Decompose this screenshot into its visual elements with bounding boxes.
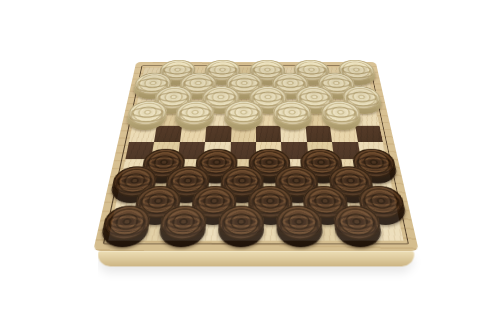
light-square: [170, 198, 200, 219]
light-square: [229, 159, 256, 178]
dark-square-44[interactable]: ⛂: [311, 198, 341, 219]
light-square: [307, 142, 335, 159]
light-square: [339, 198, 370, 219]
dark-piece-sq43[interactable]: ⛂: [248, 192, 293, 225]
light-square: [282, 159, 310, 178]
dark-square-27[interactable]: [178, 142, 206, 159]
draughts-man-glyph: ⛂: [303, 186, 349, 218]
light-square: [197, 219, 227, 241]
piece-side-face: [275, 173, 320, 204]
dark-square-41[interactable]: ⛂: [142, 198, 173, 219]
piece-side-face: [164, 173, 210, 204]
dark-square-48[interactable]: ⛂: [226, 219, 256, 241]
dark-piece-sq32[interactable]: ⛂: [194, 154, 238, 183]
piece-side-face: [248, 154, 291, 183]
piece-side-face: [220, 173, 264, 204]
dark-piece-sq44[interactable]: ⛂: [303, 192, 351, 225]
dark-piece-sq35[interactable]: ⛂: [352, 154, 399, 183]
dark-square-17[interactable]: ⛀: [182, 110, 208, 126]
draughts-man-glyph: ⛂: [191, 186, 236, 218]
piece-side-face: [98, 212, 150, 247]
light-square: [145, 178, 175, 198]
piece-top-face: ⛀: [224, 101, 263, 125]
dark-piece-sq41[interactable]: ⛂: [132, 192, 181, 225]
dark-square-35[interactable]: ⛂: [361, 159, 391, 178]
piece-top-face: ⛂: [194, 149, 237, 178]
piece-top-face: ⛂: [303, 186, 350, 218]
draughts-man-glyph: ⛂: [110, 167, 158, 197]
piece-side-face: [358, 192, 409, 225]
light-square: [313, 219, 344, 241]
draughts-man-glyph: ⛂: [276, 167, 319, 197]
dark-square-45[interactable]: ⛂: [367, 198, 399, 219]
piece-side-face: [218, 212, 265, 247]
dark-square-18[interactable]: ⛀: [231, 110, 256, 126]
draughts-man-glyph: ⛂: [159, 206, 207, 240]
light-square: [204, 142, 231, 159]
piece-top-face: ⛂: [351, 149, 398, 178]
light-square: [370, 219, 403, 241]
draughts-man-glyph: ⛂: [100, 206, 151, 240]
dark-square-42[interactable]: ⛂: [199, 198, 229, 219]
dark-square-31[interactable]: ⛂: [148, 159, 177, 178]
piece-top-face: ⛂: [248, 149, 290, 178]
light-square: [121, 159, 151, 178]
dark-piece-sq40[interactable]: ⛂: [328, 173, 376, 204]
dark-square-43[interactable]: ⛂: [256, 198, 285, 219]
dark-piece-sq42[interactable]: ⛂: [190, 192, 236, 225]
dark-square-29[interactable]: [281, 142, 308, 159]
draughts-man-glyph: ⛂: [352, 149, 398, 178]
dark-piece-sq50[interactable]: ⛂: [333, 212, 384, 247]
light-square: [256, 142, 282, 159]
dark-square-20[interactable]: ⛀: [328, 110, 355, 126]
light-square: [151, 142, 179, 159]
piece-top-face: ⛂: [357, 186, 407, 218]
light-piece-sq17[interactable]: ⛀: [174, 105, 215, 130]
piece-top-face: ⛂: [159, 206, 208, 240]
draughts-man-glyph: ⛂: [219, 206, 264, 240]
light-square: [227, 198, 256, 219]
piece-top-face: ⛂: [133, 186, 182, 218]
piece-top-face: ⛂: [141, 149, 187, 178]
piece-top-face: ⛂: [275, 167, 320, 197]
piece-side-face: [248, 192, 293, 225]
dark-square-19[interactable]: ⛀: [280, 110, 305, 126]
draughts-man-glyph: ⛂: [301, 149, 344, 178]
piece-side-face: [303, 192, 351, 225]
light-square: [284, 198, 313, 219]
draughts-man-glyph: ⛂: [249, 149, 290, 178]
piece-top-face: ⛂: [165, 167, 211, 197]
piece-side-face: [194, 154, 238, 183]
dark-square-47[interactable]: ⛂: [167, 219, 198, 241]
dark-square-16[interactable]: ⛀: [132, 110, 159, 126]
draughts-man-glyph: ⛂: [134, 186, 182, 218]
dark-square-46[interactable]: ⛂: [108, 219, 141, 241]
playing-area: ⛀⛀⛀⛀⛀⛀⛀⛀⛀⛀⛀⛀⛀⛀⛀⛀⛀⛀⛀⛀⛂⛂⛂⛂⛂⛂⛂⛂⛂⛂⛂⛂⛂⛂⛂⛂⛂⛂⛂⛂: [108, 67, 404, 240]
dark-square-49[interactable]: ⛂: [285, 219, 315, 241]
piece-side-face: [328, 173, 376, 204]
light-square: [113, 198, 145, 219]
piece-top-face: ⛂: [220, 167, 264, 197]
piece-side-face: [108, 173, 157, 204]
light-square: [256, 219, 286, 241]
light-piece-sq20[interactable]: ⛀: [321, 105, 363, 130]
dark-square-33[interactable]: ⛂: [256, 159, 283, 178]
piece-top-face: ⛂: [276, 206, 324, 240]
draughts-man-glyph: ⛂: [141, 149, 186, 178]
dark-piece-sq33[interactable]: ⛂: [248, 154, 291, 183]
piece-top-face: ⛂: [109, 167, 157, 197]
dark-square-38[interactable]: ⛂: [228, 178, 256, 198]
dark-square-50[interactable]: ⛂: [342, 219, 374, 241]
dark-piece-sq49[interactable]: ⛂: [276, 212, 324, 247]
dark-piece-sq46[interactable]: ⛂: [98, 212, 150, 247]
draughts-man-glyph: ⛂: [357, 186, 406, 218]
dark-square-26[interactable]: [125, 142, 154, 159]
dark-piece-sq48[interactable]: ⛂: [218, 212, 265, 247]
draughts-man-glyph: ⛂: [249, 186, 293, 218]
draughts-man-glyph: ⛂: [328, 167, 374, 197]
light-square: [334, 159, 363, 178]
piece-top-face: ⛂: [248, 186, 293, 218]
dark-square-39[interactable]: ⛂: [283, 178, 312, 198]
draughts-board: ⛀⛀⛀⛀⛀⛀⛀⛀⛀⛀⛀⛀⛀⛀⛀⛀⛀⛀⛀⛀⛂⛂⛂⛂⛂⛂⛂⛂⛂⛂⛂⛂⛂⛂⛂⛂⛂⛂⛂⛂: [93, 62, 419, 251]
piece-side-face: [132, 192, 181, 225]
draughts-man-glyph: ⛂: [333, 206, 383, 240]
light-square: [138, 219, 170, 241]
dark-piece-sq47[interactable]: ⛂: [158, 212, 207, 247]
dark-piece-sq31[interactable]: ⛂: [140, 154, 186, 183]
light-square: [358, 142, 387, 159]
piece-top-face: ⛂: [328, 167, 375, 197]
dark-square-34[interactable]: ⛂: [308, 159, 336, 178]
piece-top-face: ⛂: [191, 186, 237, 218]
dark-piece-sq45[interactable]: ⛂: [358, 192, 409, 225]
dark-square-32[interactable]: ⛂: [202, 159, 230, 178]
dark-square-30[interactable]: [332, 142, 360, 159]
draughts-man-glyph: ⛂: [195, 149, 237, 178]
dark-piece-sq36[interactable]: ⛂: [108, 173, 157, 204]
dark-piece-sq37[interactable]: ⛂: [164, 173, 210, 204]
draughts-man-glyph: ⛂: [221, 167, 263, 197]
dark-piece-sq34[interactable]: ⛂: [300, 154, 345, 183]
dark-square-36[interactable]: ⛂: [117, 178, 148, 198]
draughts-man-glyph: ⛀: [273, 101, 311, 125]
light-piece-sq16[interactable]: ⛀: [124, 105, 167, 130]
draughts-man-glyph: ⛂: [277, 206, 323, 240]
product-photo-scene: ⛀⛀⛀⛀⛀⛀⛀⛀⛀⛀⛀⛀⛀⛀⛀⛀⛀⛀⛀⛀⛂⛂⛂⛂⛂⛂⛂⛂⛂⛂⛂⛂⛂⛂⛂⛂⛂⛂⛂⛂: [0, 0, 504, 335]
light-piece-sq18[interactable]: ⛀: [224, 105, 263, 130]
light-square: [256, 178, 284, 198]
dark-piece-sq39[interactable]: ⛂: [275, 173, 320, 204]
piece-top-face: ⛂: [300, 149, 344, 178]
piece-side-face: [140, 154, 186, 183]
draughts-man-glyph: ⛀: [225, 101, 263, 125]
dark-square-28[interactable]: [230, 142, 256, 159]
dark-square-40[interactable]: ⛂: [337, 178, 367, 198]
piece-side-face: [300, 154, 345, 183]
piece-top-face: ⛂: [332, 206, 382, 240]
light-square: [175, 159, 203, 178]
piece-top-face: ⛂: [218, 206, 264, 240]
light-square: [201, 178, 230, 198]
piece-side-face: [190, 192, 236, 225]
piece-top-face: ⛂: [100, 206, 152, 240]
light-piece-sq19[interactable]: ⛀: [273, 105, 313, 130]
board-perspective-wrapper: ⛀⛀⛀⛀⛀⛀⛀⛀⛀⛀⛀⛀⛀⛀⛀⛀⛀⛀⛀⛀⛂⛂⛂⛂⛂⛂⛂⛂⛂⛂⛂⛂⛂⛂⛂⛂⛂⛂⛂⛂: [118, 4, 394, 280]
piece-side-face: [352, 154, 399, 183]
piece-side-face: [276, 212, 324, 247]
board-front-edge: [98, 251, 414, 266]
light-square: [310, 178, 339, 198]
piece-side-face: [333, 212, 384, 247]
dark-square-37[interactable]: ⛂: [173, 178, 202, 198]
dark-piece-sq38[interactable]: ⛂: [220, 173, 264, 204]
light-square: [364, 178, 395, 198]
draughts-man-glyph: ⛂: [165, 167, 210, 197]
piece-side-face: [158, 212, 207, 247]
